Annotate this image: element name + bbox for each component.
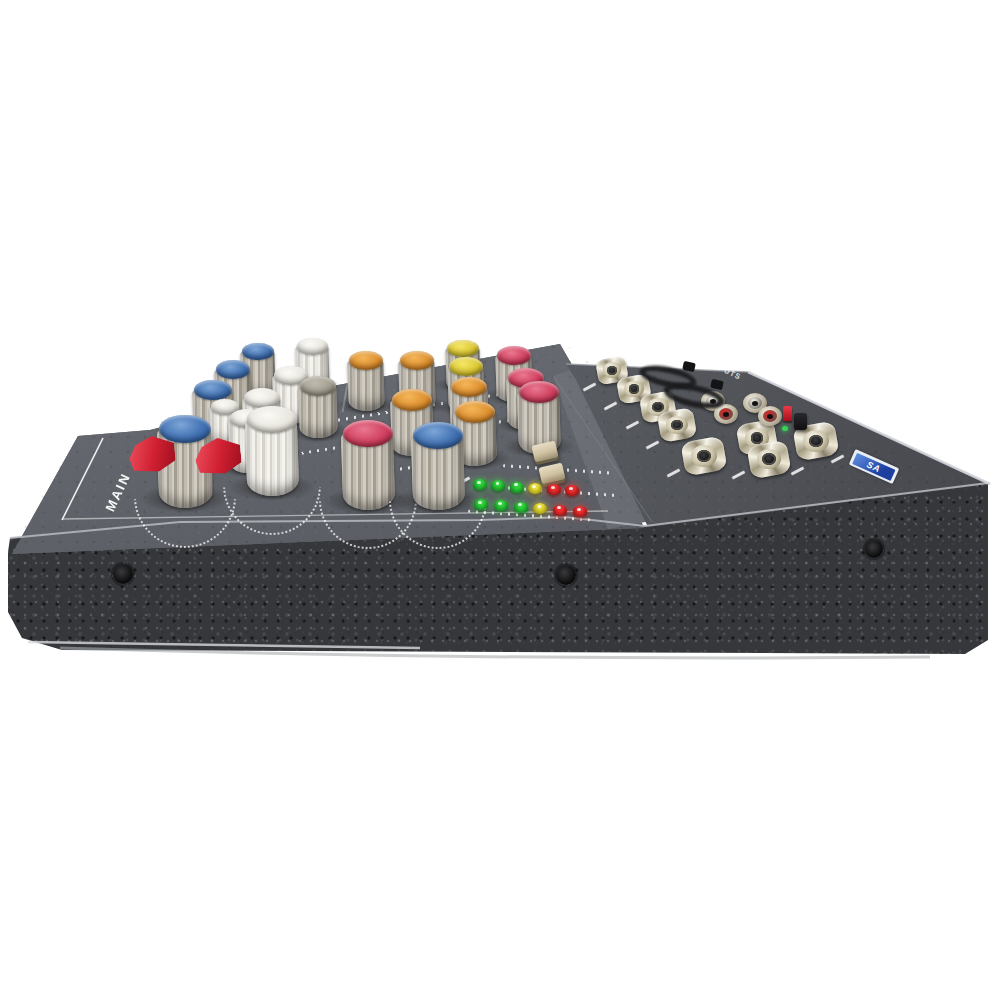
meter-led-red (553, 505, 567, 516)
small-black-button (794, 413, 807, 430)
knob-cap-blue (242, 343, 274, 361)
knob-cap-orange (392, 389, 432, 411)
meter-led-green (494, 500, 508, 511)
rca-jack-hole (752, 401, 758, 406)
knob-cap-blue (413, 422, 463, 449)
meter-led-green (510, 482, 524, 493)
meter-led-red (547, 484, 561, 495)
knob-cap-orange (349, 351, 383, 370)
meter-led-green (514, 502, 528, 513)
knob-cap-yellow (447, 340, 479, 358)
knob-cap-orange (455, 401, 495, 423)
jack-hole (629, 384, 640, 394)
jack-hole (607, 366, 617, 375)
knob-cap-white (244, 388, 280, 408)
knob-cap-orange (400, 351, 434, 370)
jack-hole (751, 432, 764, 443)
rca-jack-hole (723, 412, 729, 417)
front-panel-screw (556, 565, 576, 585)
knob-cap-blue (216, 360, 250, 379)
front-panel-screw (865, 540, 883, 558)
meter-led-red (573, 506, 587, 517)
rca-jack-hole (767, 414, 773, 419)
front-panel-screw (113, 564, 133, 584)
knob-cap-white (297, 338, 328, 355)
product-photo-scene: MAIN OUTPUTS SA (0, 0, 1000, 1000)
knob-cap-red (343, 420, 393, 447)
power-indicator-led (782, 426, 788, 431)
meter-led-yellow (528, 483, 542, 494)
jack-hole (652, 402, 664, 412)
knob-cap-white (247, 406, 297, 433)
meter-led-green (474, 499, 488, 510)
knob-cap-red (519, 381, 559, 403)
jack-hole (762, 453, 776, 465)
knob-cap-yellow (449, 357, 483, 376)
meter-led-green (473, 479, 487, 490)
power-switch-red (783, 406, 792, 421)
knob-cap-orange (451, 377, 487, 397)
knob-cap-gray (300, 376, 336, 396)
knob-cap-red (497, 346, 531, 365)
